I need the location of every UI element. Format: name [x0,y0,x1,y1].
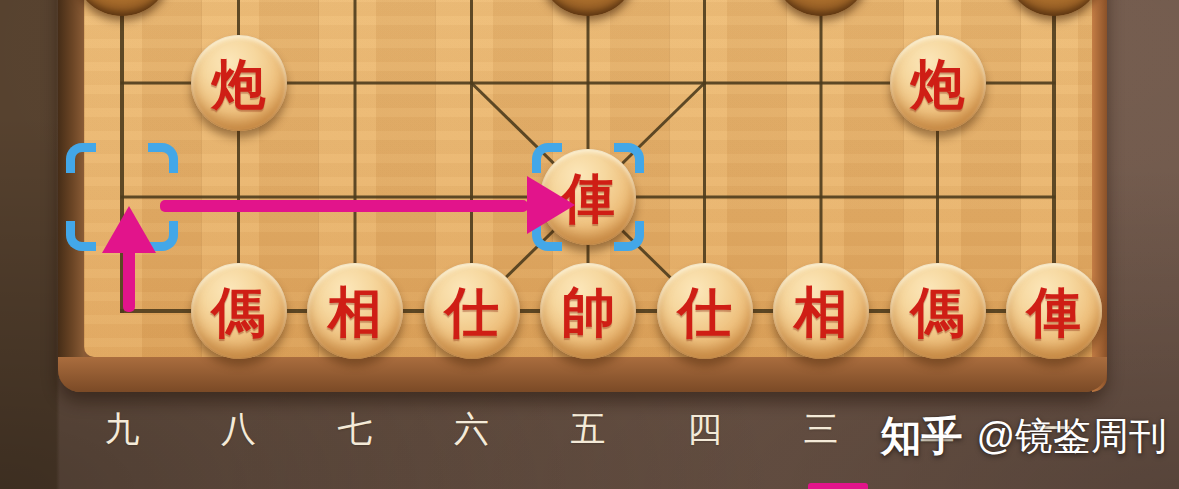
piece-glyph: 炮 [212,57,266,111]
piece-general-file5-rank1[interactable]: 帥 [540,263,636,359]
piece-cannon-file8-rank3[interactable]: 炮 [191,35,287,131]
file-label-4: 四 [687,406,722,453]
piece-elephant-file7-rank1[interactable]: 相 [307,263,403,359]
piece-glyph: 傌 [212,285,266,339]
piece-glyph: 俥 [561,171,615,225]
piece-glyph: 炮 [911,57,965,111]
piece-horse-file8-rank1[interactable]: 傌 [191,263,287,359]
watermark: 知乎 @镜鉴周刊 [880,409,1167,464]
piece-glyph: 相 [794,285,848,339]
piece-advisor-file4-rank1[interactable]: 仕 [657,263,753,359]
piece-glyph: 仕 [445,285,499,339]
file-label-6: 六 [454,406,489,453]
piece-glyph: 傌 [911,285,965,339]
piece-chariot-file5-rank2-selected[interactable]: 俥 [540,149,636,245]
piece-glyph: 俥 [1027,285,1081,339]
piece-horse-file2-rank1[interactable]: 傌 [890,263,986,359]
piece-chariot-file1-rank1[interactable]: 俥 [1006,263,1102,359]
piece-glyph: 仕 [678,285,732,339]
bottom-ui-fragment [808,483,868,489]
piece-elephant-file3-rank1[interactable]: 相 [773,263,869,359]
xiangqi-game-screen: { "game": "xiangqi (Chinese chess)", "vi… [0,0,1179,489]
file-label-8: 八 [221,406,256,453]
file-label-3: 三 [804,406,839,453]
file-label-5: 五 [571,406,606,453]
watermark-handle: @镜鉴周刊 [976,411,1167,462]
piece-glyph: 相 [328,285,382,339]
watermark-brand: 知乎 [880,409,962,464]
piece-glyph: 帥 [561,285,615,339]
file-label-7: 七 [338,406,373,453]
file-label-9: 九 [105,406,140,453]
piece-cannon-file2-rank3[interactable]: 炮 [890,35,986,131]
piece-advisor-file6-rank1[interactable]: 仕 [424,263,520,359]
